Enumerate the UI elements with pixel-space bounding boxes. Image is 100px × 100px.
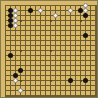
star-point xyxy=(20,20,22,22)
white-stone: ○ xyxy=(68,8,73,13)
white-stone: ○ xyxy=(13,23,18,28)
black-stone: ● xyxy=(28,8,33,13)
go-board[interactable]: ●●●●●●●●●●●●●○○○○○○○○○○○ xyxy=(0,0,98,98)
black-stone: ● xyxy=(68,78,73,83)
black-stone: ● xyxy=(83,33,88,38)
white-stone: ○ xyxy=(83,8,88,13)
star-point xyxy=(20,80,22,82)
star-point xyxy=(80,20,82,22)
black-stone: ● xyxy=(83,78,88,83)
star-point xyxy=(50,20,52,22)
star-point xyxy=(20,50,22,52)
black-stone: ● xyxy=(83,13,88,18)
star-point xyxy=(80,80,82,82)
white-stone: ○ xyxy=(18,88,23,93)
white-stone: ○ xyxy=(38,8,43,13)
black-stone: ● xyxy=(18,68,23,73)
white-stone: ○ xyxy=(53,13,58,18)
black-stone: ● xyxy=(8,53,13,58)
star-point xyxy=(50,80,52,82)
star-point xyxy=(50,50,52,52)
star-point xyxy=(80,50,82,52)
white-stone: ○ xyxy=(13,78,18,83)
